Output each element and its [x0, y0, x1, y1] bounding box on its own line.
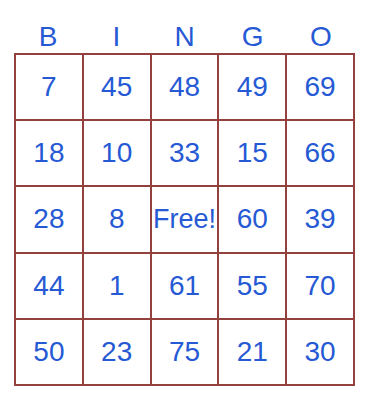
bingo-cell[interactable]: 8 [84, 187, 152, 253]
bingo-cell[interactable]: 23 [84, 320, 152, 386]
bingo-cell[interactable]: 55 [219, 254, 287, 320]
bingo-cell[interactable]: 70 [287, 254, 355, 320]
bingo-cell[interactable]: 21 [219, 320, 287, 386]
bingo-cell[interactable]: 30 [287, 320, 355, 386]
bingo-cell[interactable]: 10 [84, 121, 152, 187]
header-letter-i: I [82, 20, 150, 53]
bingo-cell[interactable]: 7 [16, 55, 84, 121]
bingo-cell[interactable]: 44 [16, 254, 84, 320]
bingo-card: B I N G O 7 45 48 49 69 18 10 33 15 66 2… [14, 0, 355, 386]
bingo-cell-free[interactable]: Free! [152, 187, 220, 253]
bingo-cell[interactable]: 60 [219, 187, 287, 253]
bingo-cell[interactable]: 45 [84, 55, 152, 121]
bingo-cell[interactable]: 61 [152, 254, 220, 320]
bingo-cell[interactable]: 48 [152, 55, 220, 121]
bingo-cell[interactable]: 33 [152, 121, 220, 187]
bingo-cell[interactable]: 66 [287, 121, 355, 187]
bingo-cell[interactable]: 28 [16, 187, 84, 253]
bingo-cell[interactable]: 39 [287, 187, 355, 253]
bingo-board: 7 45 48 49 69 18 10 33 15 66 28 8 Free! … [14, 53, 355, 386]
bingo-cell[interactable]: 1 [84, 254, 152, 320]
bingo-cell[interactable]: 49 [219, 55, 287, 121]
header-letter-o: O [287, 20, 355, 53]
bingo-cell[interactable]: 15 [219, 121, 287, 187]
header-letter-n: N [150, 20, 218, 53]
header-letter-g: G [219, 20, 287, 53]
bingo-cell[interactable]: 50 [16, 320, 84, 386]
bingo-cell[interactable]: 75 [152, 320, 220, 386]
bingo-header: B I N G O [14, 20, 355, 53]
bingo-cell[interactable]: 69 [287, 55, 355, 121]
bingo-cell[interactable]: 18 [16, 121, 84, 187]
header-letter-b: B [14, 20, 82, 53]
